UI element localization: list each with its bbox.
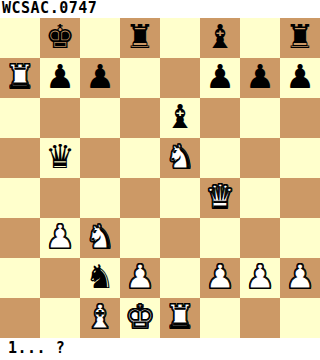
square-a1[interactable] [0, 298, 40, 338]
chess-board[interactable]: ♚♜♝♜♜♟♟♟♟♟♝♛♞♛♟♞♞♟♟♟♟♝♚♜ [0, 18, 320, 338]
square-c4[interactable] [80, 178, 120, 218]
square-b7[interactable]: ♟ [40, 58, 80, 98]
square-f7[interactable]: ♟ [200, 58, 240, 98]
square-d6[interactable] [120, 98, 160, 138]
black-bishop-e6: ♝ [165, 98, 195, 137]
square-f3[interactable] [200, 218, 240, 258]
white-king-d1: ♚ [125, 298, 155, 337]
black-pawn-g7: ♟ [245, 58, 275, 97]
white-rook-e1: ♜ [165, 298, 195, 337]
black-rook-d8: ♜ [125, 18, 155, 57]
square-b4[interactable] [40, 178, 80, 218]
square-d5[interactable] [120, 138, 160, 178]
square-f6[interactable] [200, 98, 240, 138]
black-pawn-c7: ♟ [85, 58, 115, 97]
square-h3[interactable] [280, 218, 320, 258]
white-knight-c3: ♞ [85, 218, 115, 257]
white-pawn-h2: ♟ [285, 258, 315, 297]
square-d7[interactable] [120, 58, 160, 98]
square-e7[interactable] [160, 58, 200, 98]
square-c2[interactable]: ♞ [80, 258, 120, 298]
square-e2[interactable] [160, 258, 200, 298]
square-b3[interactable]: ♟ [40, 218, 80, 258]
black-pawn-f7: ♟ [205, 58, 235, 97]
square-g5[interactable] [240, 138, 280, 178]
square-f8[interactable]: ♝ [200, 18, 240, 58]
square-c1[interactable]: ♝ [80, 298, 120, 338]
square-a2[interactable] [0, 258, 40, 298]
square-c8[interactable] [80, 18, 120, 58]
black-queen-b5: ♛ [45, 138, 75, 177]
square-d4[interactable] [120, 178, 160, 218]
square-g1[interactable] [240, 298, 280, 338]
square-h5[interactable] [280, 138, 320, 178]
black-rook-h8: ♜ [285, 18, 315, 57]
square-e6[interactable]: ♝ [160, 98, 200, 138]
white-queen-f4: ♛ [205, 178, 235, 217]
square-e4[interactable] [160, 178, 200, 218]
white-pawn-b3: ♟ [45, 218, 75, 257]
white-pawn-g2: ♟ [245, 258, 275, 297]
move-prompt: 1... ? [0, 338, 320, 360]
square-g2[interactable]: ♟ [240, 258, 280, 298]
square-b2[interactable] [40, 258, 80, 298]
square-f1[interactable] [200, 298, 240, 338]
white-pawn-d2: ♟ [125, 258, 155, 297]
square-f2[interactable]: ♟ [200, 258, 240, 298]
square-e5[interactable]: ♞ [160, 138, 200, 178]
white-pawn-f2: ♟ [205, 258, 235, 297]
square-g7[interactable]: ♟ [240, 58, 280, 98]
square-d1[interactable]: ♚ [120, 298, 160, 338]
black-king-b8: ♚ [45, 18, 75, 57]
square-d3[interactable] [120, 218, 160, 258]
square-a5[interactable] [0, 138, 40, 178]
square-b8[interactable]: ♚ [40, 18, 80, 58]
white-rook-a7: ♜ [5, 58, 35, 97]
square-g8[interactable] [240, 18, 280, 58]
white-knight-e5: ♞ [165, 138, 195, 177]
puzzle-id: WCSAC.0747 [0, 0, 320, 18]
square-h6[interactable] [280, 98, 320, 138]
square-e3[interactable] [160, 218, 200, 258]
chess-app-window: WCSAC.0747 ♚♜♝♜♜♟♟♟♟♟♝♛♞♛♟♞♞♟♟♟♟♝♚♜ 1...… [0, 0, 320, 360]
square-d2[interactable]: ♟ [120, 258, 160, 298]
black-knight-c2: ♞ [85, 258, 115, 297]
square-c5[interactable] [80, 138, 120, 178]
square-h7[interactable]: ♟ [280, 58, 320, 98]
square-h8[interactable]: ♜ [280, 18, 320, 58]
black-pawn-b7: ♟ [45, 58, 75, 97]
square-h4[interactable] [280, 178, 320, 218]
square-g3[interactable] [240, 218, 280, 258]
black-bishop-f8: ♝ [205, 18, 235, 57]
square-f5[interactable] [200, 138, 240, 178]
square-a6[interactable] [0, 98, 40, 138]
square-h1[interactable] [280, 298, 320, 338]
square-c3[interactable]: ♞ [80, 218, 120, 258]
square-h2[interactable]: ♟ [280, 258, 320, 298]
square-b5[interactable]: ♛ [40, 138, 80, 178]
square-e1[interactable]: ♜ [160, 298, 200, 338]
square-c6[interactable] [80, 98, 120, 138]
square-f4[interactable]: ♛ [200, 178, 240, 218]
square-b1[interactable] [40, 298, 80, 338]
black-pawn-h7: ♟ [285, 58, 315, 97]
square-d8[interactable]: ♜ [120, 18, 160, 58]
square-a4[interactable] [0, 178, 40, 218]
square-a8[interactable] [0, 18, 40, 58]
square-a3[interactable] [0, 218, 40, 258]
square-g6[interactable] [240, 98, 280, 138]
square-e8[interactable] [160, 18, 200, 58]
square-a7[interactable]: ♜ [0, 58, 40, 98]
square-b6[interactable] [40, 98, 80, 138]
white-bishop-c1: ♝ [85, 298, 115, 337]
square-g4[interactable] [240, 178, 280, 218]
square-c7[interactable]: ♟ [80, 58, 120, 98]
